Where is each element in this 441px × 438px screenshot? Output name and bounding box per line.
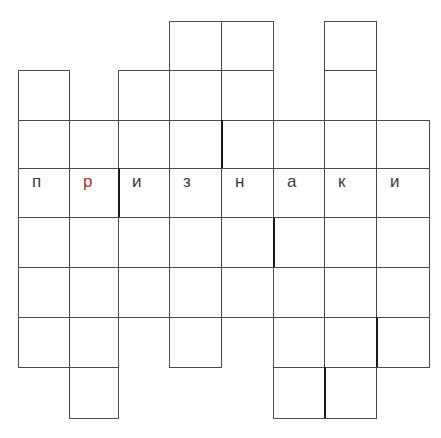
cell-letter: п [32,173,41,190]
cell-r4c4[interactable] [221,217,274,268]
cell-r2c3[interactable] [169,120,222,169]
cell-r6c6[interactable] [324,317,377,368]
cell-r2c1[interactable] [69,120,119,169]
cell-r7c6[interactable] [324,367,377,419]
cell-letter: р [83,173,92,190]
cell-r2c7[interactable] [376,120,430,169]
cell-letter: н [235,173,244,190]
cell-r1c6[interactable] [324,70,377,121]
cell-r4c6[interactable] [324,217,377,268]
cell-r2c2[interactable] [118,120,170,169]
cell-r6c1[interactable] [69,317,119,368]
cell-r5c3[interactable] [169,267,222,318]
bold-grid-line [376,317,378,367]
cell-r2c0[interactable] [18,120,70,169]
cell-r5c5[interactable] [273,267,325,318]
cell-r0c3[interactable] [169,21,222,71]
cell-r4c1[interactable] [69,217,119,268]
crossword-board: признаки [0,0,441,438]
cell-r2c6[interactable] [324,120,377,169]
bold-grid-line [324,367,326,418]
cell-r0c6[interactable] [324,21,377,71]
cell-r4c7[interactable] [376,217,430,268]
cell-r4c0[interactable] [18,217,70,268]
cell-r6c5[interactable] [273,317,325,368]
cell-r5c0[interactable] [18,267,70,318]
cell-r5c7[interactable] [376,267,430,318]
cell-r3c5[interactable]: а [273,168,325,218]
cell-r3c6[interactable]: к [324,168,377,218]
cell-r5c2[interactable] [118,267,170,318]
cell-r3c2[interactable]: и [118,168,170,218]
cell-r4c5[interactable] [273,217,325,268]
cell-r3c7[interactable]: и [376,168,430,218]
cell-r4c2[interactable] [118,217,170,268]
cell-r6c3[interactable] [169,317,222,368]
cell-r6c0[interactable] [18,317,70,368]
cell-r5c6[interactable] [324,267,377,318]
cell-r0c4[interactable] [221,21,274,71]
cell-r7c1[interactable] [69,367,119,419]
cell-letter: к [338,173,345,190]
bold-grid-line [273,217,275,267]
cell-letter: и [390,173,400,190]
cell-r2c4[interactable] [221,120,274,169]
cell-r7c5[interactable] [273,367,325,419]
cell-r3c0[interactable]: п [18,168,70,218]
cell-r4c3[interactable] [169,217,222,268]
bold-grid-line [221,120,223,168]
cell-r6c7[interactable] [376,317,430,368]
cell-r5c1[interactable] [69,267,119,318]
cell-r3c3[interactable]: з [169,168,222,218]
cell-r1c2[interactable] [118,70,170,121]
cell-r1c0[interactable] [18,70,70,121]
cell-letter: а [287,173,296,190]
cell-r3c1[interactable]: р [69,168,119,218]
cell-letter: и [132,173,142,190]
cell-r2c5[interactable] [273,120,325,169]
cell-r1c4[interactable] [221,70,274,121]
cell-letter: з [183,173,191,190]
cell-r1c3[interactable] [169,70,222,121]
cell-r3c4[interactable]: н [221,168,274,218]
bold-grid-line [118,168,120,217]
cell-r5c4[interactable] [221,267,274,318]
